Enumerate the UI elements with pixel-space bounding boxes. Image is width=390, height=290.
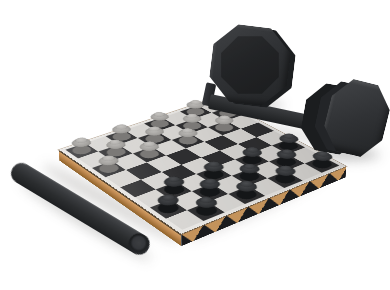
product-photo-checkers-set (0, 0, 390, 290)
piece-case-right (303, 79, 387, 157)
piece-case-left (211, 26, 289, 104)
left-case-recess (221, 36, 279, 94)
black-checker (308, 158, 335, 171)
gray-checker (136, 148, 162, 160)
